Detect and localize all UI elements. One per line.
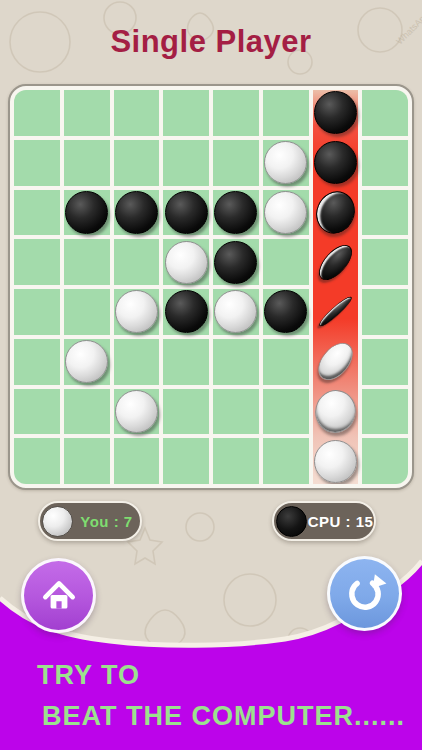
cell-r6c5[interactable] [263,389,309,435]
cell-r4c2[interactable] [114,289,160,335]
cell-r0c1[interactable] [64,90,110,136]
cell-r2c2[interactable] [114,190,160,236]
piece-black [214,241,257,284]
home-button[interactable] [21,558,96,633]
cell-r1c1[interactable] [64,140,110,186]
score-cpu-text: CPU : 15 [307,513,374,530]
header: Single Player [0,0,422,84]
cell-r4c1[interactable] [64,289,110,335]
cell-r1c3[interactable] [163,140,209,186]
piece-black [314,91,357,134]
board-inner [14,90,408,484]
black-disc-icon [276,506,307,537]
cell-r3c5[interactable] [263,239,309,285]
refresh-icon [343,572,387,616]
cell-r5c1[interactable] [64,339,110,385]
cell-r5c7[interactable] [362,339,408,385]
piece-black [314,141,357,184]
cell-r7c3[interactable] [163,438,209,484]
cell-r6c1[interactable] [64,389,110,435]
cell-r3c1[interactable] [64,239,110,285]
cell-r1c7[interactable] [362,140,408,186]
piece-black [115,191,158,234]
cell-r3c2[interactable] [114,239,160,285]
cell-r0c2[interactable] [114,90,160,136]
white-disc-icon [42,506,73,537]
cell-r3c7[interactable] [362,239,408,285]
cell-r2c0[interactable] [14,190,60,236]
piece-black [65,191,108,234]
cell-r0c0[interactable] [14,90,60,136]
cell-r2c7[interactable] [362,190,408,236]
cell-r6c2[interactable] [114,389,160,435]
home-icon [38,575,80,617]
cell-r6c4[interactable] [213,389,259,435]
cell-r0c3[interactable] [163,90,209,136]
cell-r3c4[interactable] [213,239,259,285]
score-you-text: You : 7 [73,513,140,530]
page-title: Single Player [110,24,311,60]
cell-r5c3[interactable] [163,339,209,385]
piece-white [115,290,158,333]
cell-r5c2[interactable] [114,339,160,385]
cell-r4c0[interactable] [14,289,60,335]
piece-black [165,191,208,234]
cell-r6c3[interactable] [163,389,209,435]
piece-white [165,241,208,284]
piece-white [115,390,158,433]
footer-line1: TRY TO [37,660,140,691]
piece-white [264,191,307,234]
cell-r0c7[interactable] [362,90,408,136]
cell-r7c2[interactable] [114,438,160,484]
piece-black [165,290,208,333]
cell-r5c4[interactable] [213,339,259,385]
cell-r0c4[interactable] [213,90,259,136]
cell-r1c4[interactable] [213,140,259,186]
refresh-button[interactable] [327,556,402,631]
cell-r2c3[interactable] [163,190,209,236]
piece-white [264,141,307,184]
piece-black [264,290,307,333]
cell-r1c5[interactable] [263,140,309,186]
piece-black [214,191,257,234]
cell-r4c7[interactable] [362,289,408,335]
cell-r2c4[interactable] [213,190,259,236]
cell-r6c7[interactable] [362,389,408,435]
cell-r1c2[interactable] [114,140,160,186]
cell-r4c3[interactable] [163,289,209,335]
cell-r7c4[interactable] [213,438,259,484]
cell-r7c7[interactable] [362,438,408,484]
piece-white [214,290,257,333]
piece-white [65,340,108,383]
cell-r7c5[interactable] [263,438,309,484]
cell-r2c5[interactable] [263,190,309,236]
cell-r4c5[interactable] [263,289,309,335]
piece-white [314,440,357,483]
cell-r0c5[interactable] [263,90,309,136]
cell-r5c0[interactable] [14,339,60,385]
cell-r6c0[interactable] [14,389,60,435]
cell-r7c0[interactable] [14,438,60,484]
cell-r5c5[interactable] [263,339,309,385]
cell-r1c0[interactable] [14,140,60,186]
cell-r2c1[interactable] [64,190,110,236]
cell-r3c0[interactable] [14,239,60,285]
cell-r7c1[interactable] [64,438,110,484]
cell-r4c4[interactable] [213,289,259,335]
cell-r3c3[interactable] [163,239,209,285]
othello-board [8,84,414,490]
footer-line2: BEAT THE COMPUTER...... [42,701,405,732]
